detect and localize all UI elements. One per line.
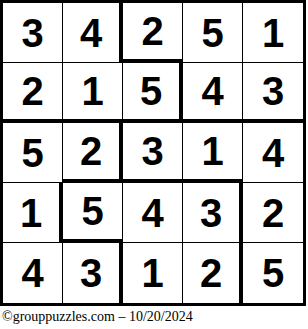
cell-r2c5: 3: [243, 63, 303, 123]
credit-text: ©grouppuzzles.com – 10/20/2024: [0, 306, 308, 325]
cell-r4c1: 1: [3, 183, 63, 243]
cell-r3c1: 5: [3, 123, 63, 183]
cell-r3c5: 4: [243, 123, 303, 183]
cell-r1c2: 4: [63, 3, 123, 63]
cell-r4c2: 5: [63, 183, 123, 243]
cell-r3c4: 1: [183, 123, 243, 183]
cell-r2c1: 2: [3, 63, 63, 123]
cell-r1c3: 2: [123, 3, 183, 63]
cell-r4c4: 3: [183, 183, 243, 243]
cell-r2c3: 5: [123, 63, 183, 123]
cell-r5c4: 2: [183, 243, 243, 303]
cell-r1c5: 1: [243, 3, 303, 63]
sudoku-board: 3 4 2 5 1 2 1 5 4 3 5 2 3 1 4 1 5 4 3 2 …: [0, 0, 306, 306]
cell-r5c3: 1: [123, 243, 183, 303]
cell-r2c4: 4: [183, 63, 243, 123]
cell-r3c3: 3: [123, 123, 183, 183]
cell-r4c3: 4: [123, 183, 183, 243]
cell-r5c5: 5: [243, 243, 303, 303]
cell-r5c1: 4: [3, 243, 63, 303]
cell-r4c5: 2: [243, 183, 303, 243]
cell-r3c2: 2: [63, 123, 123, 183]
cell-r1c1: 3: [3, 3, 63, 63]
puzzle-page: 3 4 2 5 1 2 1 5 4 3 5 2 3 1 4 1 5 4 3 2 …: [0, 0, 308, 329]
cell-r2c2: 1: [63, 63, 123, 123]
cell-r5c2: 3: [63, 243, 123, 303]
cell-r1c4: 5: [183, 3, 243, 63]
